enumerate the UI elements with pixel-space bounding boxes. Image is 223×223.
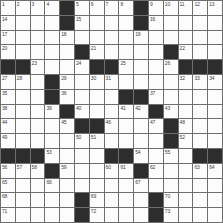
clue-number: 28	[17, 75, 22, 81]
cell-r2c1[interactable]: 14	[1, 16, 15, 30]
cell-r11c13[interactable]	[179, 149, 193, 163]
clue-number: 33	[194, 75, 199, 81]
cell-r3c5[interactable]: 18	[60, 31, 74, 45]
clue-number: 12	[194, 1, 199, 7]
cell-r15c9[interactable]	[119, 208, 133, 222]
cell-r6c10[interactable]	[134, 75, 148, 89]
cell-r11c4[interactable]: 53	[45, 149, 59, 163]
clue-number: 44	[2, 119, 7, 125]
black-cell-r12c4	[45, 164, 59, 178]
clue-number: 64	[209, 164, 214, 170]
clue-number: 30	[91, 75, 96, 81]
cell-r8c13[interactable]	[179, 105, 193, 119]
cell-r11c7[interactable]	[90, 149, 104, 163]
clue-number: 6	[91, 1, 94, 7]
cell-r7c11[interactable]: 37	[149, 90, 163, 104]
cell-r4c2[interactable]	[16, 45, 30, 59]
clue-number: 41	[120, 105, 125, 111]
clue-number: 31	[106, 75, 111, 81]
black-cell-r11c2	[16, 149, 30, 163]
clue-number: 45	[61, 119, 66, 125]
cell-r15c5[interactable]	[60, 208, 74, 222]
cell-r10c15[interactable]	[208, 134, 222, 148]
cell-r8c15[interactable]	[208, 105, 222, 119]
clue-number: 67	[135, 179, 140, 185]
cell-r10c9[interactable]	[119, 134, 133, 148]
cell-r3c12[interactable]	[164, 31, 178, 45]
cell-r8c12[interactable]: 43	[164, 105, 178, 119]
clue-number: 9	[150, 1, 153, 7]
clue-number: 68	[2, 193, 7, 199]
cell-r9c11[interactable]: 47	[149, 119, 163, 133]
cell-r5c3[interactable]: 23	[31, 60, 45, 74]
cell-r13c3[interactable]	[31, 179, 45, 193]
cell-r12c11[interactable]: 62	[149, 164, 163, 178]
clue-number: 21	[91, 45, 96, 51]
cell-r1c11[interactable]: 9	[149, 1, 163, 15]
cell-r2c15[interactable]	[208, 16, 222, 30]
cell-r3c10[interactable]: 19	[134, 31, 148, 45]
cell-r6c15[interactable]: 34	[208, 75, 222, 89]
cell-r6c13[interactable]: 32	[179, 75, 193, 89]
clue-number: 55	[165, 149, 170, 155]
cell-r12c5[interactable]: 59	[60, 164, 74, 178]
cell-r2c14[interactable]	[193, 16, 207, 30]
black-cell-r2c10	[134, 16, 148, 30]
cell-r8c3[interactable]	[31, 105, 45, 119]
cell-r11c6[interactable]	[75, 149, 89, 163]
cell-r13c4[interactable]: 66	[45, 179, 59, 193]
cell-r8c4[interactable]: 39	[45, 105, 59, 119]
cell-r6c6[interactable]	[75, 75, 89, 89]
cell-r14c8[interactable]	[105, 193, 119, 207]
cell-r12c3[interactable]: 58	[31, 164, 45, 178]
cell-r9c10[interactable]	[134, 119, 148, 133]
cell-r6c5[interactable]: 29	[60, 75, 74, 89]
cell-r8c9[interactable]: 41	[119, 105, 133, 119]
cell-r9c2[interactable]	[16, 119, 30, 133]
cell-r8c6[interactable]: 40	[75, 105, 89, 119]
cell-r7c7[interactable]	[90, 90, 104, 104]
cell-r14c5[interactable]	[60, 193, 74, 207]
clue-number: 13	[209, 1, 214, 7]
cell-r1c15[interactable]: 13	[208, 1, 222, 15]
black-cell-r9c7	[90, 119, 104, 133]
cell-r9c3[interactable]	[31, 119, 45, 133]
cell-r14c4[interactable]	[45, 193, 59, 207]
cell-r2c4[interactable]	[45, 16, 59, 30]
black-cell-r7c9	[119, 90, 133, 104]
clue-number: 65	[2, 179, 7, 185]
clue-number: 58	[32, 164, 37, 170]
clue-number: 8	[120, 1, 123, 7]
cell-r10c10[interactable]	[134, 134, 148, 148]
cell-r3c3[interactable]	[31, 31, 45, 45]
clue-number: 51	[91, 134, 96, 140]
cell-r4c10[interactable]	[134, 45, 148, 59]
clue-number: 60	[106, 164, 111, 170]
clue-number: 42	[135, 105, 140, 111]
cell-r3c1[interactable]: 17	[1, 31, 15, 45]
clue-number: 38	[2, 105, 7, 111]
cell-r1c1[interactable]: 1	[1, 1, 15, 15]
cell-r14c7[interactable]: 69	[90, 193, 104, 207]
clue-number: 70	[165, 193, 170, 199]
black-cell-r12c10	[134, 164, 148, 178]
cell-r3c11[interactable]	[149, 31, 163, 45]
clue-number: 50	[76, 134, 81, 140]
cell-r11c11[interactable]	[149, 149, 163, 163]
black-cell-r5c8	[105, 60, 119, 74]
black-cell-r11c8	[105, 149, 119, 163]
black-cell-r11c1	[1, 149, 15, 163]
cell-r4c13[interactable]: 22	[179, 45, 193, 59]
black-cell-r1c5	[60, 1, 74, 15]
cell-r6c1[interactable]: 27	[1, 75, 15, 89]
clue-number: 29	[61, 75, 66, 81]
black-cell-r7c4	[45, 90, 59, 104]
cell-r7c13[interactable]	[179, 90, 193, 104]
cell-r14c3[interactable]	[31, 193, 45, 207]
cell-r12c7[interactable]	[90, 164, 104, 178]
cell-r2c7[interactable]	[90, 16, 104, 30]
clue-number: 35	[2, 90, 7, 96]
cell-r3c9[interactable]	[119, 31, 133, 45]
cell-r9c4[interactable]	[45, 119, 59, 133]
clue-number: 19	[135, 31, 140, 37]
cell-r4c5[interactable]	[60, 45, 74, 59]
cell-r6c2[interactable]: 28	[16, 75, 30, 89]
clue-number: 53	[46, 149, 51, 155]
cell-r10c3[interactable]	[31, 134, 45, 148]
cell-r3c13[interactable]	[179, 31, 193, 45]
black-cell-r11c14	[193, 149, 207, 163]
clue-number: 40	[76, 105, 81, 111]
clue-number: 37	[150, 90, 155, 96]
cell-r4c3[interactable]	[31, 45, 45, 59]
cell-r1c2[interactable]: 2	[16, 1, 30, 15]
cell-r7c6[interactable]	[75, 90, 89, 104]
cell-r10c11[interactable]	[149, 134, 163, 148]
cell-r1c7[interactable]: 6	[90, 1, 104, 15]
cell-r5c10[interactable]	[134, 60, 148, 74]
clue-number: 1	[2, 1, 5, 7]
clue-number: 5	[76, 1, 79, 7]
cell-r9c5[interactable]: 45	[60, 119, 74, 133]
cell-r15c12[interactable]: 73	[164, 208, 178, 222]
clue-number: 34	[209, 75, 214, 81]
cell-r15c15[interactable]	[208, 208, 222, 222]
black-cell-r8c5	[60, 105, 74, 119]
black-cell-r9c6	[75, 119, 89, 133]
cell-r7c5[interactable]: 36	[60, 90, 74, 104]
cell-r7c2[interactable]	[16, 90, 30, 104]
cell-r4c15[interactable]	[208, 45, 222, 59]
cell-r3c4[interactable]	[45, 31, 59, 45]
clue-number: 4	[46, 1, 49, 7]
black-cell-r11c15	[208, 149, 222, 163]
cell-r13c15[interactable]	[208, 179, 222, 193]
cell-r5c12[interactable]: 26	[164, 60, 178, 74]
cell-r4c8[interactable]	[105, 45, 119, 59]
clue-number: 10	[165, 1, 170, 7]
clue-number: 62	[150, 164, 155, 170]
clue-number: 66	[46, 179, 51, 185]
crossword-board: 1234567891011121314151617181920212223242…	[0, 0, 223, 223]
cell-r13c8[interactable]	[105, 179, 119, 193]
cell-r3c14[interactable]	[193, 31, 207, 45]
cell-r7c8[interactable]	[105, 90, 119, 104]
black-cell-r8c11	[149, 105, 163, 119]
black-cell-r10c12	[164, 134, 178, 148]
cell-r1c8[interactable]: 7	[105, 1, 119, 15]
black-cell-r9c12	[164, 119, 178, 133]
clue-number: 59	[61, 164, 66, 170]
cell-r12c14[interactable]: 63	[193, 164, 207, 178]
cell-r15c2[interactable]	[16, 208, 30, 222]
cell-r3c15[interactable]	[208, 31, 222, 45]
clue-number: 48	[180, 119, 185, 125]
cell-r4c11[interactable]	[149, 45, 163, 59]
clue-number: 47	[150, 119, 155, 125]
clue-number: 20	[2, 45, 7, 51]
cell-r11c12[interactable]: 55	[164, 149, 178, 163]
cell-r2c11[interactable]: 16	[149, 16, 163, 30]
cell-r12c1[interactable]: 56	[1, 164, 15, 178]
clue-number: 71	[2, 208, 7, 214]
cell-r5c9[interactable]: 25	[119, 60, 133, 74]
black-cell-r5c1	[1, 60, 15, 74]
cell-r14c9[interactable]	[119, 193, 133, 207]
cell-r14c14[interactable]	[193, 193, 207, 207]
cell-r7c3[interactable]	[31, 90, 45, 104]
cell-r8c7[interactable]	[90, 105, 104, 119]
cell-r10c7[interactable]: 51	[90, 134, 104, 148]
cell-r12c15[interactable]: 64	[208, 164, 222, 178]
cell-r13c1[interactable]: 65	[1, 179, 15, 193]
black-cell-r15c11	[149, 208, 163, 222]
clue-number: 3	[32, 1, 35, 7]
clue-number: 49	[2, 134, 7, 140]
cell-r14c1[interactable]: 68	[1, 193, 15, 207]
clue-number: 72	[91, 208, 96, 214]
cell-r6c11[interactable]	[149, 75, 163, 89]
cell-r2c8[interactable]	[105, 16, 119, 30]
cell-r2c12[interactable]	[164, 16, 178, 30]
clue-number: 32	[180, 75, 185, 81]
cell-r13c13[interactable]	[179, 179, 193, 193]
cell-r1c13[interactable]: 11	[179, 1, 193, 15]
cell-r6c3[interactable]	[31, 75, 45, 89]
cell-r13c9[interactable]	[119, 179, 133, 193]
cell-r12c12[interactable]	[164, 164, 178, 178]
clue-number: 56	[2, 164, 7, 170]
cell-r2c2[interactable]	[16, 16, 30, 30]
black-cell-r5c7	[90, 60, 104, 74]
cell-r1c3[interactable]: 3	[31, 1, 45, 15]
black-cell-r14c11	[149, 193, 163, 207]
cell-r13c2[interactable]	[16, 179, 30, 193]
cell-r10c5[interactable]	[60, 134, 74, 148]
cell-r4c7[interactable]: 21	[90, 45, 104, 59]
cell-r15c4[interactable]	[45, 208, 59, 222]
clue-number: 61	[120, 164, 125, 170]
clue-number: 73	[165, 208, 170, 214]
black-cell-r1c10	[134, 1, 148, 15]
black-cell-r4c6	[75, 45, 89, 59]
cell-r2c13[interactable]	[179, 16, 193, 30]
cell-r15c10[interactable]	[134, 208, 148, 222]
black-cell-r5c2	[16, 60, 30, 74]
cell-r8c14[interactable]	[193, 105, 207, 119]
black-cell-r15c6	[75, 208, 89, 222]
cell-r3c7[interactable]	[90, 31, 104, 45]
cell-r1c6[interactable]: 5	[75, 1, 89, 15]
clue-number: 43	[165, 105, 170, 111]
cell-r6c14[interactable]: 33	[193, 75, 207, 89]
clue-number: 24	[76, 60, 81, 66]
cell-r14c13[interactable]	[179, 193, 193, 207]
clue-number: 18	[61, 31, 66, 37]
cell-r12c13[interactable]	[179, 164, 193, 178]
clue-number: 11	[180, 1, 185, 7]
cell-r14c12[interactable]: 70	[164, 193, 178, 207]
cell-r4c1[interactable]: 20	[1, 45, 15, 59]
cell-r2c9[interactable]	[119, 16, 133, 30]
cell-r10c1[interactable]: 49	[1, 134, 15, 148]
cell-r15c8[interactable]	[105, 208, 119, 222]
cell-r1c14[interactable]: 12	[193, 1, 207, 15]
cell-r5c6[interactable]: 24	[75, 60, 89, 74]
clue-number: 46	[106, 119, 111, 125]
cell-r7c14[interactable]	[193, 90, 207, 104]
clue-number: 54	[135, 149, 140, 155]
cell-r10c2[interactable]	[16, 134, 30, 148]
clue-number: 25	[120, 60, 125, 66]
cell-r15c1[interactable]: 71	[1, 208, 15, 222]
black-cell-r4c12	[164, 45, 178, 59]
cell-r1c4[interactable]: 4	[45, 1, 59, 15]
cell-r15c14[interactable]	[193, 208, 207, 222]
cell-r2c3[interactable]	[31, 16, 45, 30]
cell-r10c6[interactable]: 50	[75, 134, 89, 148]
black-cell-r11c3	[31, 149, 45, 163]
cell-r11c10[interactable]: 54	[134, 149, 148, 163]
cell-r12c2[interactable]: 57	[16, 164, 30, 178]
clue-number: 63	[194, 164, 199, 170]
cell-r15c3[interactable]	[31, 208, 45, 222]
cell-r11c5[interactable]	[60, 149, 74, 163]
cell-r2c6[interactable]: 15	[75, 16, 89, 30]
cell-r5c4[interactable]	[45, 60, 59, 74]
cell-r14c10[interactable]	[134, 193, 148, 207]
cell-r1c9[interactable]: 8	[119, 1, 133, 15]
cell-r10c8[interactable]	[105, 134, 119, 148]
cell-r5c11[interactable]	[149, 60, 163, 74]
clue-number: 23	[32, 60, 37, 66]
cell-r14c15[interactable]	[208, 193, 222, 207]
cell-r3c8[interactable]	[105, 31, 119, 45]
clue-number: 17	[2, 31, 7, 37]
cell-r13c14[interactable]	[193, 179, 207, 193]
cell-r7c15[interactable]	[208, 90, 222, 104]
clue-number: 52	[180, 134, 185, 140]
clue-number: 22	[180, 45, 185, 51]
cell-r8c1[interactable]: 38	[1, 105, 15, 119]
cell-r8c8[interactable]	[105, 105, 119, 119]
clue-number: 16	[150, 16, 155, 22]
cell-r6c8[interactable]: 31	[105, 75, 119, 89]
cell-r12c6[interactable]	[75, 164, 89, 178]
clue-number: 7	[106, 1, 109, 7]
cell-r13c11[interactable]	[149, 179, 163, 193]
black-cell-r5c15	[208, 60, 222, 74]
cell-r6c7[interactable]: 30	[90, 75, 104, 89]
cell-r13c12[interactable]	[164, 179, 178, 193]
cell-r15c7[interactable]: 72	[90, 208, 104, 222]
clue-number: 27	[2, 75, 7, 81]
cell-r13c5[interactable]	[60, 179, 74, 193]
cell-r12c8[interactable]: 60	[105, 164, 119, 178]
cell-r13c10[interactable]: 67	[134, 179, 148, 193]
cell-r10c4[interactable]	[45, 134, 59, 148]
black-cell-r6c4	[45, 75, 59, 89]
cell-r4c4[interactable]	[45, 45, 59, 59]
cell-r9c8[interactable]: 46	[105, 119, 119, 133]
cell-r4c14[interactable]	[193, 45, 207, 59]
cell-r4c9[interactable]	[119, 45, 133, 59]
cell-r9c9[interactable]	[119, 119, 133, 133]
clue-number: 26	[165, 60, 170, 66]
clue-number: 2	[17, 1, 20, 7]
black-cell-r5c14	[193, 60, 207, 74]
cell-r14c2[interactable]	[16, 193, 30, 207]
cell-r1c12[interactable]: 10	[164, 1, 178, 15]
cell-r5c5[interactable]	[60, 60, 74, 74]
clue-number: 14	[2, 16, 7, 22]
cell-r7c12[interactable]	[164, 90, 178, 104]
cell-r10c14[interactable]	[193, 134, 207, 148]
cell-r7c1[interactable]: 35	[1, 90, 15, 104]
cell-r12c9[interactable]: 61	[119, 164, 133, 178]
cell-r6c12[interactable]	[164, 75, 178, 89]
cell-r13c7[interactable]	[90, 179, 104, 193]
cell-r9c14[interactable]	[193, 119, 207, 133]
cell-r3c6[interactable]	[75, 31, 89, 45]
cell-r9c1[interactable]: 44	[1, 119, 15, 133]
black-cell-r7c10	[134, 90, 148, 104]
black-cell-r2c5	[60, 16, 74, 30]
cell-r3c2[interactable]	[16, 31, 30, 45]
black-cell-r14c6	[75, 193, 89, 207]
cell-r15c13[interactable]	[179, 208, 193, 222]
cell-r6c9[interactable]	[119, 75, 133, 89]
black-cell-r5c13	[179, 60, 193, 74]
cell-r10c13[interactable]: 52	[179, 134, 193, 148]
clue-number: 39	[46, 105, 51, 111]
cell-r8c10[interactable]: 42	[134, 105, 148, 119]
cell-r9c13[interactable]: 48	[179, 119, 193, 133]
clue-number: 57	[17, 164, 22, 170]
clue-number: 15	[76, 16, 81, 22]
black-cell-r11c9	[119, 149, 133, 163]
clue-number: 69	[91, 193, 96, 199]
cell-r13c6[interactable]	[75, 179, 89, 193]
cell-r8c2[interactable]	[16, 105, 30, 119]
cell-r9c15[interactable]	[208, 119, 222, 133]
clue-number: 36	[61, 90, 66, 96]
